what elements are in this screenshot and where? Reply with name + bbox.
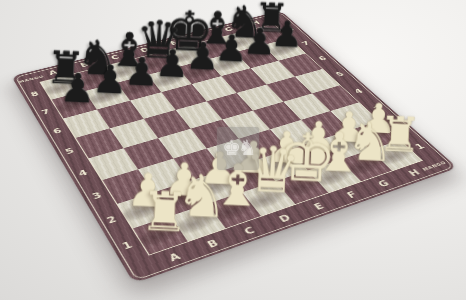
rank-label-left-5: 5 bbox=[64, 147, 76, 156]
rank-label-right-6: 6 bbox=[317, 55, 329, 62]
brand-text-h1-corner: MANGO bbox=[421, 160, 447, 171]
watermark-piece-icons: ♚♞ bbox=[222, 138, 254, 159]
photo-watermark: ♚♞ bbox=[217, 127, 259, 170]
piece-white-rook-a1: ♜ bbox=[116, 183, 213, 242]
file-label-bottom-a: A bbox=[167, 251, 183, 263]
rank-label-left-4: 4 bbox=[77, 168, 90, 177]
rank-label-right-5: 5 bbox=[334, 71, 346, 78]
piece-black-pawn-a7: ♟ bbox=[37, 66, 118, 109]
rank-label-left-6: 6 bbox=[52, 127, 64, 135]
